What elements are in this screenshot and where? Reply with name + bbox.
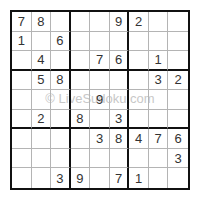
cell-r8c3[interactable] — [51, 149, 71, 169]
cell-r8c6[interactable] — [110, 149, 130, 169]
cell-r7c4[interactable] — [71, 129, 91, 149]
cell-r1c7[interactable]: 2 — [129, 12, 149, 32]
cell-r7c2[interactable] — [32, 129, 52, 149]
cell-r5c4[interactable] — [71, 90, 91, 110]
cell-r3c6[interactable]: 6 — [110, 51, 130, 71]
cell-r9c1[interactable] — [12, 168, 32, 188]
cell-r1c8[interactable] — [149, 12, 169, 32]
cell-r6c4[interactable]: 8 — [71, 110, 91, 130]
cell-r6c7[interactable] — [129, 110, 149, 130]
cell-r1c4[interactable] — [71, 12, 91, 32]
cell-r3c5[interactable]: 7 — [90, 51, 110, 71]
cell-r8c5[interactable] — [90, 149, 110, 169]
cell-r6c9[interactable] — [168, 110, 188, 130]
cell-r2c1[interactable]: 1 — [12, 32, 32, 52]
cell-r7c9[interactable]: 6 — [168, 129, 188, 149]
cell-r9c8[interactable] — [149, 168, 169, 188]
cell-r2c7[interactable] — [129, 32, 149, 52]
cell-r4c8[interactable]: 3 — [149, 71, 169, 91]
cell-r8c1[interactable] — [12, 149, 32, 169]
cell-r9c3[interactable]: 3 — [51, 168, 71, 188]
cell-r2c5[interactable] — [90, 32, 110, 52]
cell-r9c6[interactable]: 7 — [110, 168, 130, 188]
cell-r8c4[interactable] — [71, 149, 91, 169]
cell-r1c6[interactable]: 9 — [110, 12, 130, 32]
cell-r5c3[interactable] — [51, 90, 71, 110]
cell-r2c4[interactable] — [71, 32, 91, 52]
cell-r9c9[interactable] — [168, 168, 188, 188]
cell-r6c8[interactable] — [149, 110, 169, 130]
cell-r6c5[interactable] — [90, 110, 110, 130]
cell-r4c1[interactable] — [12, 71, 32, 91]
cell-r7c8[interactable]: 7 — [149, 129, 169, 149]
sudoku-board: © LiveSudoku.com 78921647615832928338476… — [10, 10, 190, 190]
cell-r3c7[interactable] — [129, 51, 149, 71]
cell-r4c5[interactable] — [90, 71, 110, 91]
cell-r7c5[interactable]: 3 — [90, 129, 110, 149]
cell-r1c2[interactable]: 8 — [32, 12, 52, 32]
cell-r5c2[interactable] — [32, 90, 52, 110]
cell-r5c9[interactable] — [168, 90, 188, 110]
cell-r5c5[interactable]: 9 — [90, 90, 110, 110]
cell-r4c2[interactable]: 5 — [32, 71, 52, 91]
cell-r9c7[interactable]: 1 — [129, 168, 149, 188]
cell-r5c8[interactable] — [149, 90, 169, 110]
cell-r3c1[interactable] — [12, 51, 32, 71]
cell-r5c6[interactable] — [110, 90, 130, 110]
cell-r7c6[interactable]: 8 — [110, 129, 130, 149]
cell-r1c5[interactable] — [90, 12, 110, 32]
cell-r3c9[interactable] — [168, 51, 188, 71]
cell-r4c6[interactable] — [110, 71, 130, 91]
cell-r2c3[interactable]: 6 — [51, 32, 71, 52]
cell-r6c1[interactable] — [12, 110, 32, 130]
cell-r2c8[interactable] — [149, 32, 169, 52]
cell-r3c4[interactable] — [71, 51, 91, 71]
cell-r3c2[interactable]: 4 — [32, 51, 52, 71]
cell-r8c2[interactable] — [32, 149, 52, 169]
page-background: © LiveSudoku.com 78921647615832928338476… — [0, 0, 200, 200]
cell-r4c9[interactable]: 2 — [168, 71, 188, 91]
cell-r6c6[interactable]: 3 — [110, 110, 130, 130]
cell-r8c8[interactable] — [149, 149, 169, 169]
cell-r7c3[interactable] — [51, 129, 71, 149]
cell-r8c9[interactable]: 3 — [168, 149, 188, 169]
cell-r8c7[interactable] — [129, 149, 149, 169]
cell-r7c7[interactable]: 4 — [129, 129, 149, 149]
cell-r7c1[interactable] — [12, 129, 32, 149]
cell-r5c7[interactable] — [129, 90, 149, 110]
cell-r6c2[interactable]: 2 — [32, 110, 52, 130]
cell-r1c3[interactable] — [51, 12, 71, 32]
cell-r6c3[interactable] — [51, 110, 71, 130]
cell-r2c9[interactable] — [168, 32, 188, 52]
cell-r9c5[interactable] — [90, 168, 110, 188]
cell-r1c1[interactable]: 7 — [12, 12, 32, 32]
cell-r9c4[interactable]: 9 — [71, 168, 91, 188]
cell-r9c2[interactable] — [32, 168, 52, 188]
cell-r4c4[interactable] — [71, 71, 91, 91]
cell-r2c2[interactable] — [32, 32, 52, 52]
cell-r5c1[interactable] — [12, 90, 32, 110]
cell-r3c3[interactable] — [51, 51, 71, 71]
cell-r4c7[interactable] — [129, 71, 149, 91]
cell-r4c3[interactable]: 8 — [51, 71, 71, 91]
cell-r2c6[interactable] — [110, 32, 130, 52]
cell-r1c9[interactable] — [168, 12, 188, 32]
cell-r3c8[interactable]: 1 — [149, 51, 169, 71]
